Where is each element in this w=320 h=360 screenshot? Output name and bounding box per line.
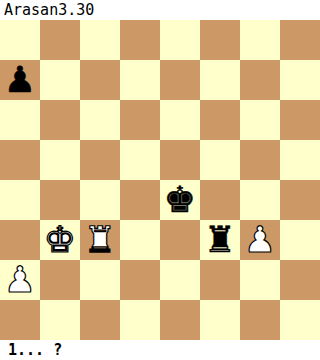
square-h5[interactable]	[280, 140, 320, 180]
square-e8[interactable]	[160, 20, 200, 60]
square-d6[interactable]	[120, 100, 160, 140]
square-h3[interactable]	[280, 220, 320, 260]
black-king[interactable]: ♚	[160, 180, 200, 220]
square-h4[interactable]	[280, 180, 320, 220]
square-g3[interactable]: ♟	[240, 220, 280, 260]
square-a6[interactable]	[0, 100, 40, 140]
square-e5[interactable]	[160, 140, 200, 180]
square-d5[interactable]	[120, 140, 160, 180]
square-e2[interactable]	[160, 260, 200, 300]
square-a5[interactable]	[0, 140, 40, 180]
white-pawn[interactable]: ♟	[240, 220, 280, 260]
square-c7[interactable]	[80, 60, 120, 100]
square-g1[interactable]	[240, 300, 280, 340]
square-b7[interactable]	[40, 60, 80, 100]
square-f1[interactable]	[200, 300, 240, 340]
white-pawn[interactable]: ♟	[0, 260, 40, 300]
square-e3[interactable]	[160, 220, 200, 260]
square-d7[interactable]	[120, 60, 160, 100]
square-e1[interactable]	[160, 300, 200, 340]
square-g7[interactable]	[240, 60, 280, 100]
square-a3[interactable]	[0, 220, 40, 260]
window-title: Arasan3.30	[0, 0, 320, 20]
square-f5[interactable]	[200, 140, 240, 180]
square-h6[interactable]	[280, 100, 320, 140]
square-d2[interactable]	[120, 260, 160, 300]
square-c5[interactable]	[80, 140, 120, 180]
chess-app-window: Arasan3.30 ♟♚♚♜♜♟♟ 1... ?	[0, 0, 320, 360]
chess-board: ♟♚♚♜♜♟♟	[0, 20, 320, 340]
square-c6[interactable]	[80, 100, 120, 140]
square-e7[interactable]	[160, 60, 200, 100]
square-f6[interactable]	[200, 100, 240, 140]
square-b3[interactable]: ♚	[40, 220, 80, 260]
square-f3[interactable]: ♜	[200, 220, 240, 260]
square-d3[interactable]	[120, 220, 160, 260]
square-d1[interactable]	[120, 300, 160, 340]
square-b4[interactable]	[40, 180, 80, 220]
black-rook[interactable]: ♜	[200, 220, 240, 260]
square-a1[interactable]	[0, 300, 40, 340]
square-a7[interactable]: ♟	[0, 60, 40, 100]
square-b2[interactable]	[40, 260, 80, 300]
square-g8[interactable]	[240, 20, 280, 60]
square-a2[interactable]: ♟	[0, 260, 40, 300]
square-g2[interactable]	[240, 260, 280, 300]
square-c2[interactable]	[80, 260, 120, 300]
square-h7[interactable]	[280, 60, 320, 100]
move-prompt: 1... ?	[0, 340, 320, 360]
black-pawn[interactable]: ♟	[0, 60, 40, 100]
square-g6[interactable]	[240, 100, 280, 140]
square-b1[interactable]	[40, 300, 80, 340]
white-king[interactable]: ♚	[40, 220, 80, 260]
square-e4[interactable]: ♚	[160, 180, 200, 220]
square-g5[interactable]	[240, 140, 280, 180]
square-f2[interactable]	[200, 260, 240, 300]
square-h1[interactable]	[280, 300, 320, 340]
square-b8[interactable]	[40, 20, 80, 60]
square-c8[interactable]	[80, 20, 120, 60]
square-g4[interactable]	[240, 180, 280, 220]
square-a4[interactable]	[0, 180, 40, 220]
square-b6[interactable]	[40, 100, 80, 140]
square-c1[interactable]	[80, 300, 120, 340]
square-a8[interactable]	[0, 20, 40, 60]
square-d8[interactable]	[120, 20, 160, 60]
square-e6[interactable]	[160, 100, 200, 140]
square-f4[interactable]	[200, 180, 240, 220]
square-c4[interactable]	[80, 180, 120, 220]
square-h8[interactable]	[280, 20, 320, 60]
square-h2[interactable]	[280, 260, 320, 300]
square-f8[interactable]	[200, 20, 240, 60]
square-d4[interactable]	[120, 180, 160, 220]
square-f7[interactable]	[200, 60, 240, 100]
square-b5[interactable]	[40, 140, 80, 180]
square-c3[interactable]: ♜	[80, 220, 120, 260]
white-rook[interactable]: ♜	[80, 220, 120, 260]
